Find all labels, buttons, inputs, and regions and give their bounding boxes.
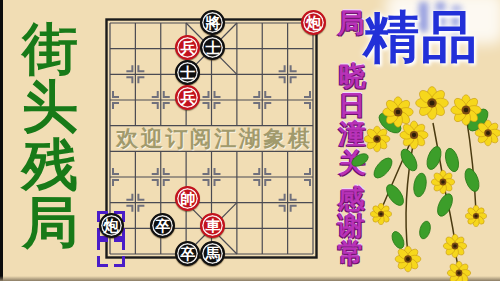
red-piece-炮[interactable]: 炮 [301, 10, 326, 35]
black-piece-炮[interactable]: 炮 [99, 213, 124, 238]
flower-bouquet [338, 85, 500, 281]
red-piece-帥[interactable]: 帥 [175, 186, 200, 211]
black-piece-馬[interactable]: 馬 [200, 241, 225, 266]
black-piece-卒[interactable]: 卒 [150, 213, 175, 238]
premium-badge: 精品 [363, 7, 499, 67]
video-frame: 街头残局 欢迎订阅江湖象棋 將炮兵士士兵帥炮卒車卒馬 局 晓日潼关 感谢常 精品 [0, 0, 500, 281]
black-piece-卒[interactable]: 卒 [175, 241, 200, 266]
red-piece-車[interactable]: 車 [200, 213, 225, 238]
black-piece-士[interactable]: 士 [175, 60, 200, 85]
red-piece-兵[interactable]: 兵 [175, 35, 200, 60]
xiangqi-pieces-grid: 將炮兵士士兵帥炮卒車卒馬 [97, 10, 326, 267]
left-title-street-endgame: 街头残局 [17, 20, 83, 252]
red-piece-兵[interactable]: 兵 [175, 85, 200, 110]
black-piece-將[interactable]: 將 [200, 10, 225, 35]
move-marker [97, 239, 125, 267]
left-edge-bar [0, 0, 3, 281]
black-piece-士[interactable]: 士 [200, 35, 225, 60]
